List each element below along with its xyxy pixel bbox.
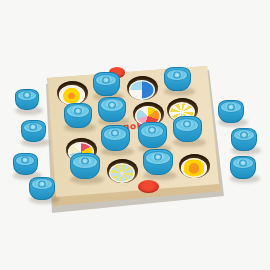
cap-center-dot [102, 76, 110, 83]
cap-r2c2[interactable] [98, 97, 126, 122]
cap-center-dot [173, 71, 181, 78]
cap-off-left-3[interactable] [13, 153, 38, 175]
cap-r1c2[interactable] [93, 72, 120, 96]
cap-r3c2[interactable] [101, 125, 130, 151]
cap-r4c3[interactable] [143, 149, 173, 175]
disc-yellow-dot-r1c1[interactable] [59, 85, 85, 105]
cap-center-dot [148, 127, 156, 134]
cap-center-dot [38, 181, 46, 188]
disc-pale-burst-r4c2[interactable] [109, 163, 135, 183]
cap-center-dot [240, 132, 248, 139]
disc-orange-dot-r4c4[interactable] [181, 158, 207, 178]
cap-center-dot [183, 121, 191, 128]
cap-center-dot [81, 158, 89, 165]
cap-r1c4[interactable] [164, 67, 191, 91]
cap-r3c3[interactable] [138, 122, 167, 148]
disc-blue-pie-r1c3[interactable] [129, 80, 155, 100]
cap-center-dot [23, 92, 31, 99]
cap-center-dot [74, 107, 82, 114]
cap-r2c1[interactable] [64, 103, 92, 128]
cap-off-right-3[interactable] [230, 156, 256, 179]
cap-off-left-4[interactable] [29, 177, 55, 200]
cap-center-dot [111, 130, 119, 137]
cap-center-dot [154, 154, 162, 161]
red-notch-bottom [138, 180, 159, 193]
cap-off-left-1[interactable] [15, 89, 39, 110]
memory-game-scene: goki [0, 0, 270, 270]
cap-off-right-1[interactable] [218, 100, 244, 123]
cap-center-dot [227, 104, 235, 111]
cap-off-left-2[interactable] [21, 120, 46, 142]
cap-off-right-2[interactable] [231, 128, 257, 151]
cap-r3c4[interactable] [173, 116, 202, 142]
cap-center-dot [21, 157, 29, 164]
cap-center-dot [239, 160, 247, 167]
cap-center-dot [29, 124, 37, 131]
cap-r4c1[interactable] [70, 153, 100, 179]
cap-center-dot [108, 101, 116, 108]
